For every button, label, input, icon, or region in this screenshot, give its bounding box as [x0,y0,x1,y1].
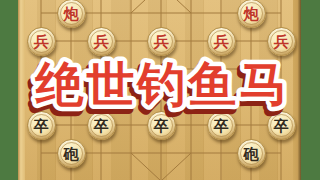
piece-black-cannon[interactable]: 砲 [57,139,86,168]
video-title-overlay: 绝世钓鱼马 绝世钓鱼马 [0,46,320,122]
xiangqi-app: 炮炮兵兵兵兵兵卒卒卒卒卒砲砲 绝世钓鱼马 绝世钓鱼马 [0,0,320,180]
piece-red-cannon[interactable]: 炮 [57,0,86,28]
piece-black-cannon[interactable]: 砲 [237,139,266,168]
title-text: 绝世钓鱼马 [35,56,291,112]
piece-glyph: 炮 [64,6,79,21]
piece-glyph: 炮 [244,6,259,21]
piece-glyph: 砲 [64,146,79,161]
piece-glyph: 砲 [244,146,259,161]
piece-red-cannon[interactable]: 炮 [237,0,266,28]
